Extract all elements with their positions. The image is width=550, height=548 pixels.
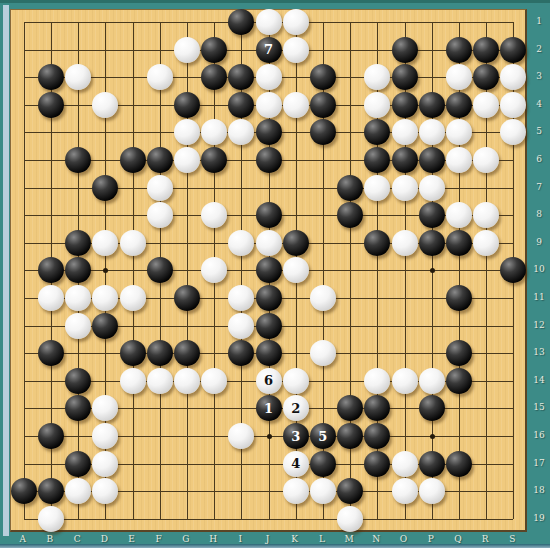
col-label: D [101,535,108,544]
col-label: L [319,535,325,544]
stone [364,230,390,256]
stone [256,9,282,35]
stone [92,478,118,504]
stone [120,230,146,256]
stone [446,451,472,477]
col-label: P [428,535,434,544]
star-point [267,434,272,439]
star-point [103,268,108,273]
row-label: 6 [536,155,542,164]
star-point [430,434,435,439]
stone [65,285,91,311]
stone [283,368,309,394]
stone [392,64,418,90]
stone [473,147,499,173]
stone [500,37,526,63]
stone [174,340,200,366]
star-point [430,268,435,273]
stone [65,64,91,90]
stone [446,230,472,256]
col-label: K [291,535,298,544]
stone [283,230,309,256]
stone [201,257,227,283]
stone [419,478,445,504]
stone [283,37,309,63]
row-label: 3 [536,72,542,81]
row-label: 13 [533,348,544,357]
stone [364,451,390,477]
stone [256,202,282,228]
stone [473,64,499,90]
stone: 6 [256,368,282,394]
stone [11,478,37,504]
stone-number: 2 [291,402,300,415]
row-label: 5 [536,127,542,136]
row-label: 8 [536,210,542,219]
stone [392,119,418,145]
stone [147,340,173,366]
stone [201,64,227,90]
stone: 4 [283,451,309,477]
stone [147,175,173,201]
stone [120,285,146,311]
stone [256,147,282,173]
stone [310,285,336,311]
col-label: F [156,535,162,544]
stone [38,506,64,532]
stone [92,423,118,449]
stone [92,285,118,311]
stone [256,257,282,283]
stone [419,92,445,118]
stone: 5 [310,423,336,449]
col-label: C [74,535,81,544]
stone [392,230,418,256]
row-label: 17 [533,458,544,467]
stone [283,9,309,35]
stone [228,285,254,311]
stone [65,451,91,477]
stone [392,478,418,504]
stone [201,119,227,145]
stone [38,92,64,118]
stone [419,451,445,477]
stone [201,37,227,63]
stone [392,37,418,63]
stone [419,175,445,201]
stone-number: 7 [264,43,273,56]
stone [364,64,390,90]
stone [120,368,146,394]
stone [92,230,118,256]
col-label: M [344,535,353,544]
row-label: 19 [533,513,544,522]
stone [256,285,282,311]
stone [283,257,309,283]
stone [310,92,336,118]
stone [65,230,91,256]
stone [65,147,91,173]
stone [228,423,254,449]
stone [174,147,200,173]
stone [473,230,499,256]
stone [419,395,445,421]
stone [228,9,254,35]
stone [256,64,282,90]
stone [147,147,173,173]
stone [120,340,146,366]
stone: 1 [256,395,282,421]
stone [446,92,472,118]
col-label: N [372,535,380,544]
stone [364,119,390,145]
stone [228,340,254,366]
stone [473,37,499,63]
stone [500,119,526,145]
stone [65,368,91,394]
stone [38,423,64,449]
top-shade [0,0,550,3]
stone [364,368,390,394]
stone [364,147,390,173]
row-label: 15 [533,403,544,412]
stone [147,257,173,283]
stone [228,64,254,90]
stone [147,202,173,228]
stone [473,92,499,118]
row-label: 4 [536,99,542,108]
stone [256,230,282,256]
stone [446,147,472,173]
row-label: 14 [533,375,544,384]
stone [228,313,254,339]
stone [201,147,227,173]
stone [419,147,445,173]
stone [392,147,418,173]
stone [228,230,254,256]
stone [92,451,118,477]
stone [38,64,64,90]
col-label: A [19,535,26,544]
row-label: 1 [536,17,542,26]
stone [174,92,200,118]
stone [147,64,173,90]
stone [337,202,363,228]
col-label: R [482,535,489,544]
stone [65,257,91,283]
stone-number: 4 [291,457,300,470]
stone [310,451,336,477]
row-label: 11 [533,293,544,302]
col-label: O [400,535,407,544]
col-label: S [509,535,515,544]
stone-number: 5 [318,430,327,443]
stone [65,313,91,339]
stone: 7 [256,37,282,63]
col-label: Q [454,535,461,544]
stone [201,202,227,228]
stone [92,175,118,201]
stone [364,423,390,449]
stone [500,64,526,90]
stone [174,37,200,63]
stone [228,92,254,118]
stone [174,368,200,394]
bottom-edge [0,544,550,548]
stone [174,285,200,311]
row-label: 18 [533,486,544,495]
row-label: 2 [536,44,542,53]
stone [446,368,472,394]
stone [38,285,64,311]
stone [256,313,282,339]
col-label: J [266,535,270,544]
stone [392,368,418,394]
stone [256,340,282,366]
stone [38,478,64,504]
row-label: 16 [533,431,544,440]
stone [446,37,472,63]
stone [228,119,254,145]
col-label: H [209,535,217,544]
stone [201,368,227,394]
col-label: B [47,535,54,544]
grid-line-horizontal [24,519,514,520]
col-label: G [182,535,189,544]
stone [473,202,499,228]
stone [310,64,336,90]
stone [419,368,445,394]
stone [38,340,64,366]
row-label: 12 [533,320,544,329]
stone [283,92,309,118]
stone: 3 [283,423,309,449]
stone [419,230,445,256]
stone [147,368,173,394]
stone [337,506,363,532]
stone [337,478,363,504]
stone [364,92,390,118]
stone-number: 6 [264,374,273,387]
stone [337,175,363,201]
stone [65,395,91,421]
stone [446,64,472,90]
stone [337,395,363,421]
stone-number: 3 [291,430,300,443]
stone [364,395,390,421]
col-label: I [239,535,243,544]
stone [392,92,418,118]
stone [446,202,472,228]
stone [446,340,472,366]
row-label: 10 [533,265,544,274]
stone: 2 [283,395,309,421]
stone [174,119,200,145]
col-label: E [128,535,135,544]
stone [419,119,445,145]
stone [92,313,118,339]
row-label: 7 [536,182,542,191]
stone [500,257,526,283]
row-label: 9 [536,237,542,246]
stone [120,147,146,173]
stone [283,478,309,504]
stone [500,92,526,118]
stone [310,340,336,366]
stone [446,119,472,145]
stone [38,257,64,283]
stone [92,92,118,118]
stone [65,478,91,504]
stone-number: 1 [264,402,273,415]
stone [419,202,445,228]
stone [310,478,336,504]
stone [392,451,418,477]
left-bevel [3,5,9,536]
stone [392,175,418,201]
stone [256,119,282,145]
stone [364,175,390,201]
go-board[interactable]: 7612354 [10,9,527,532]
stone [446,285,472,311]
stone [256,92,282,118]
stone [337,423,363,449]
stone [310,119,336,145]
go-game-screenshot: 7612354 ABCDEFGHIJKLMNOPQRS1234567891011… [0,0,550,548]
stone [92,395,118,421]
